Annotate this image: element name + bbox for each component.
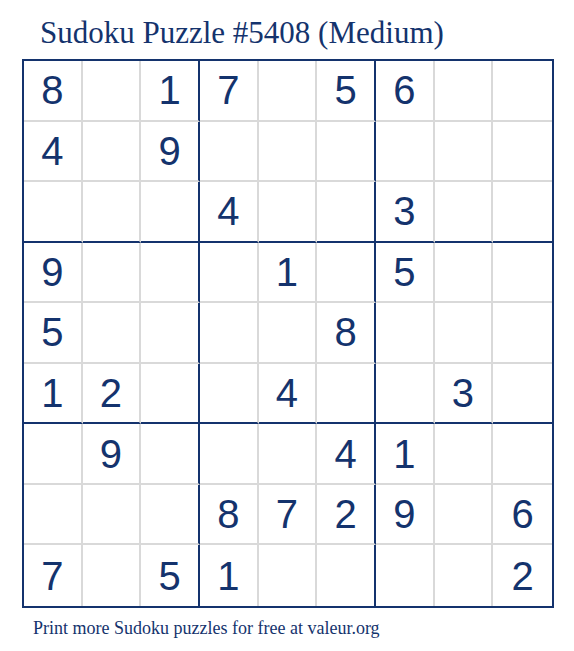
sudoku-cell-r9c3[interactable]: 5	[141, 545, 200, 606]
sudoku-cell-r9c8[interactable]	[435, 545, 494, 606]
sudoku-cell-r5c7[interactable]	[376, 303, 435, 364]
sudoku-cell-r9c1[interactable]: 7	[24, 545, 83, 606]
sudoku-cell-r5c4[interactable]	[200, 303, 259, 364]
sudoku-cell-r9c9[interactable]: 2	[493, 545, 552, 606]
sudoku-cell-r7c2[interactable]: 9	[83, 424, 142, 485]
sudoku-cell-r4c7[interactable]: 5	[376, 243, 435, 304]
sudoku-grid: 817564943915581243941872967512	[22, 59, 554, 608]
sudoku-cell-r2c6[interactable]	[317, 122, 376, 183]
sudoku-cell-r4c4[interactable]	[200, 243, 259, 304]
sudoku-cell-r3c7[interactable]: 3	[376, 182, 435, 243]
sudoku-cell-r6c9[interactable]	[493, 364, 552, 425]
sudoku-cell-r9c6[interactable]	[317, 545, 376, 606]
sudoku-cell-r4c1[interactable]: 9	[24, 243, 83, 304]
sudoku-cell-r8c4[interactable]: 8	[200, 485, 259, 546]
sudoku-cell-r1c1[interactable]: 8	[24, 61, 83, 122]
sudoku-cell-r8c5[interactable]: 7	[259, 485, 318, 546]
sudoku-cell-r3c8[interactable]	[435, 182, 494, 243]
sudoku-cell-r7c3[interactable]	[141, 424, 200, 485]
sudoku-cell-r7c1[interactable]	[24, 424, 83, 485]
sudoku-cell-r3c9[interactable]	[493, 182, 552, 243]
sudoku-cell-r1c4[interactable]: 7	[200, 61, 259, 122]
sudoku-cell-r6c4[interactable]	[200, 364, 259, 425]
sudoku-cell-r3c1[interactable]	[24, 182, 83, 243]
sudoku-cell-r2c4[interactable]	[200, 122, 259, 183]
sudoku-cell-r1c8[interactable]	[435, 61, 494, 122]
sudoku-cell-r6c1[interactable]: 1	[24, 364, 83, 425]
sudoku-cell-r2c7[interactable]	[376, 122, 435, 183]
sudoku-cell-r5c1[interactable]: 5	[24, 303, 83, 364]
sudoku-cell-r6c2[interactable]: 2	[83, 364, 142, 425]
sudoku-cell-r5c6[interactable]: 8	[317, 303, 376, 364]
sudoku-cell-r5c2[interactable]	[83, 303, 142, 364]
footer-text: Print more Sudoku puzzles for free at va…	[33, 617, 380, 639]
sudoku-cell-r5c8[interactable]	[435, 303, 494, 364]
sudoku-cell-r4c3[interactable]	[141, 243, 200, 304]
sudoku-cell-r7c7[interactable]: 1	[376, 424, 435, 485]
sudoku-cell-r5c3[interactable]	[141, 303, 200, 364]
sudoku-cell-r7c8[interactable]	[435, 424, 494, 485]
sudoku-cell-r3c3[interactable]	[141, 182, 200, 243]
sudoku-cell-r8c1[interactable]	[24, 485, 83, 546]
sudoku-cell-r1c7[interactable]: 6	[376, 61, 435, 122]
sudoku-cell-r2c1[interactable]: 4	[24, 122, 83, 183]
sudoku-cell-r8c8[interactable]	[435, 485, 494, 546]
sudoku-cell-r4c8[interactable]	[435, 243, 494, 304]
sudoku-cell-r6c3[interactable]	[141, 364, 200, 425]
sudoku-cell-r2c2[interactable]	[83, 122, 142, 183]
sudoku-cell-r9c4[interactable]: 1	[200, 545, 259, 606]
sudoku-cell-r7c9[interactable]	[493, 424, 552, 485]
sudoku-cell-r6c6[interactable]	[317, 364, 376, 425]
sudoku-cell-r2c5[interactable]	[259, 122, 318, 183]
sudoku-cell-r8c6[interactable]: 2	[317, 485, 376, 546]
sudoku-cell-r5c5[interactable]	[259, 303, 318, 364]
sudoku-cell-r1c2[interactable]	[83, 61, 142, 122]
sudoku-cell-r9c2[interactable]	[83, 545, 142, 606]
sudoku-cell-r4c6[interactable]	[317, 243, 376, 304]
sudoku-cell-r7c5[interactable]	[259, 424, 318, 485]
sudoku-cell-r8c2[interactable]	[83, 485, 142, 546]
sudoku-cell-r1c6[interactable]: 5	[317, 61, 376, 122]
sudoku-cell-r7c6[interactable]: 4	[317, 424, 376, 485]
sudoku-cell-r5c9[interactable]	[493, 303, 552, 364]
sudoku-cell-r3c2[interactable]	[83, 182, 142, 243]
sudoku-cell-r2c3[interactable]: 9	[141, 122, 200, 183]
sudoku-cell-r6c5[interactable]: 4	[259, 364, 318, 425]
sudoku-cell-r1c5[interactable]	[259, 61, 318, 122]
sudoku-cell-r8c7[interactable]: 9	[376, 485, 435, 546]
sudoku-cell-r4c5[interactable]: 1	[259, 243, 318, 304]
sudoku-cell-r9c7[interactable]	[376, 545, 435, 606]
sudoku-cell-r9c5[interactable]	[259, 545, 318, 606]
sudoku-cell-r4c2[interactable]	[83, 243, 142, 304]
sudoku-page: Sudoku Puzzle #5408 (Medium) 81756494391…	[0, 0, 574, 651]
sudoku-cell-r2c8[interactable]	[435, 122, 494, 183]
sudoku-cell-r4c9[interactable]	[493, 243, 552, 304]
sudoku-cell-r1c9[interactable]	[493, 61, 552, 122]
sudoku-cell-r8c9[interactable]: 6	[493, 485, 552, 546]
sudoku-cell-r3c4[interactable]: 4	[200, 182, 259, 243]
sudoku-cell-r6c7[interactable]	[376, 364, 435, 425]
sudoku-cell-r6c8[interactable]: 3	[435, 364, 494, 425]
sudoku-cell-r1c3[interactable]: 1	[141, 61, 200, 122]
sudoku-cell-r3c5[interactable]	[259, 182, 318, 243]
sudoku-cell-r7c4[interactable]	[200, 424, 259, 485]
sudoku-cell-r8c3[interactable]	[141, 485, 200, 546]
sudoku-cell-r2c9[interactable]	[493, 122, 552, 183]
page-title: Sudoku Puzzle #5408 (Medium)	[40, 14, 444, 52]
sudoku-cell-r3c6[interactable]	[317, 182, 376, 243]
